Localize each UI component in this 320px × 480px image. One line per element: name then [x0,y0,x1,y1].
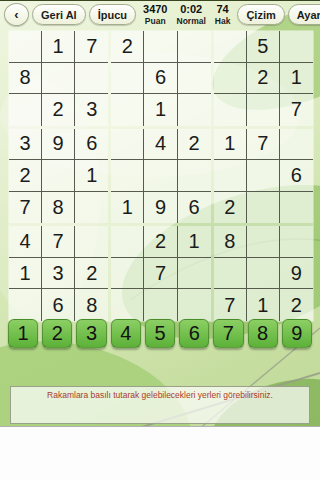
sudoku-box-5: 42196 [111,129,210,224]
sudoku-cell-r3c1[interactable] [9,94,42,126]
sudoku-cell-r9c9[interactable]: 2 [280,289,313,321]
sudoku-cell-r5c2[interactable] [42,160,75,192]
hint-message-text: Rakamlara basılı tutarak gelebilecekleri… [11,390,309,400]
sudoku-cell-r2c9[interactable]: 1 [280,63,313,95]
sudoku-cell-r6c3[interactable] [75,192,108,224]
sudoku-cell-r9c8[interactable]: 1 [247,289,280,321]
numpad-key-7[interactable]: 7 [213,319,243,348]
sudoku-cell-r2c4[interactable] [111,63,144,95]
sudoku-cell-r3c5[interactable]: 1 [144,94,177,126]
sudoku-cell-r8c7[interactable] [214,258,247,290]
sudoku-cell-r4c8[interactable]: 7 [247,129,280,161]
sudoku-cell-r1c4[interactable]: 2 [111,31,144,63]
sudoku-cell-r7c3[interactable] [75,226,108,258]
sudoku-cell-r4c5[interactable]: 4 [144,129,177,161]
sudoku-cell-r4c3[interactable]: 6 [75,129,108,161]
sudoku-cell-r5c5[interactable] [144,160,177,192]
numpad-key-5[interactable]: 5 [145,319,175,348]
back-button[interactable]: ‹ [4,3,29,26]
timer-stat: 0:02 Normal [177,4,206,26]
sudoku-cell-r5c6[interactable] [178,160,211,192]
settings-button[interactable]: Ayarlar [288,4,320,25]
sudoku-cell-r9c1[interactable] [9,289,42,321]
sudoku-cell-r8c9[interactable]: 9 [280,258,313,290]
sudoku-cell-r9c5[interactable] [144,289,177,321]
sudoku-cell-r4c7[interactable]: 1 [214,129,247,161]
sudoku-cell-r8c3[interactable]: 2 [75,258,108,290]
lives-value: 74 [215,4,231,15]
sudoku-cell-r7c9[interactable] [280,226,313,258]
score-value: 3470 [143,4,167,15]
numpad-key-6[interactable]: 6 [179,319,209,348]
sudoku-cell-r6c7[interactable]: 2 [214,192,247,224]
numpad-key-1[interactable]: 1 [8,319,38,348]
sudoku-cell-r8c4[interactable] [111,258,144,290]
sudoku-cell-r3c7[interactable] [214,94,247,126]
sudoku-cell-r9c2[interactable]: 6 [42,289,75,321]
sudoku-cell-r5c3[interactable]: 1 [75,160,108,192]
numpad-key-2[interactable]: 2 [42,319,72,348]
sudoku-cell-r2c3[interactable] [75,63,108,95]
sudoku-cell-r5c1[interactable]: 2 [9,160,42,192]
sudoku-cell-r1c1[interactable] [9,31,42,63]
sudoku-cell-r2c8[interactable]: 2 [247,63,280,95]
sudoku-box-6: 1762 [214,129,313,224]
sudoku-cell-r1c9[interactable] [280,31,313,63]
sudoku-cell-r7c7[interactable]: 8 [214,226,247,258]
sudoku-board: 1782326152173962178421961762471326821789… [8,30,314,322]
sudoku-app-screen: ‹ Geri Al İpucu 3470 Puan 0:02 Normal 74… [0,0,320,480]
sudoku-cell-r4c4[interactable] [111,129,144,161]
sudoku-cell-r8c1[interactable]: 1 [9,258,42,290]
sudoku-cell-r3c9[interactable]: 7 [280,94,313,126]
sudoku-cell-r8c2[interactable]: 3 [42,258,75,290]
sudoku-cell-r4c2[interactable]: 9 [42,129,75,161]
sudoku-cell-r2c5[interactable]: 6 [144,63,177,95]
hint-button[interactable]: İpucu [89,4,136,25]
back-chevron-icon: ‹ [14,7,18,22]
sudoku-cell-r7c6[interactable]: 1 [178,226,211,258]
lives-label: Hak [215,17,231,26]
sudoku-cell-r4c6[interactable]: 2 [178,129,211,161]
hint-message-box: Rakamlara basılı tutarak gelebilecekleri… [10,386,310,424]
sudoku-cell-r7c8[interactable] [247,226,280,258]
sudoku-cell-r1c5[interactable] [144,31,177,63]
sudoku-cell-r2c1[interactable]: 8 [9,63,42,95]
sudoku-cell-r6c9[interactable] [280,192,313,224]
sudoku-box-1: 17823 [9,31,108,126]
sudoku-cell-r5c8[interactable] [247,160,280,192]
sudoku-box-4: 3962178 [9,129,108,224]
sudoku-box-7: 4713268 [9,226,108,321]
sudoku-cell-r6c6[interactable]: 6 [178,192,211,224]
sudoku-cell-r7c5[interactable]: 2 [144,226,177,258]
sudoku-cell-r1c2[interactable]: 1 [42,31,75,63]
lives-stat: 74 Hak [215,4,231,26]
sudoku-cell-r1c6[interactable] [178,31,211,63]
sudoku-cell-r9c7[interactable]: 7 [214,289,247,321]
toolbar: ‹ Geri Al İpucu 3470 Puan 0:02 Normal 74… [0,0,320,28]
sudoku-cell-r9c3[interactable]: 8 [75,289,108,321]
sudoku-cell-r3c3[interactable]: 3 [75,94,108,126]
numpad-key-9[interactable]: 9 [282,319,312,348]
ad-banner [0,426,320,480]
sudoku-cell-r2c2[interactable] [42,63,75,95]
undo-button[interactable]: Geri Al [32,4,86,25]
number-pad: 123456789 [8,319,312,348]
sudoku-cell-r7c4[interactable] [111,226,144,258]
sudoku-cell-r3c2[interactable]: 2 [42,94,75,126]
sudoku-cell-r7c1[interactable]: 4 [9,226,42,258]
sudoku-cell-r9c4[interactable] [111,289,144,321]
sudoku-cell-r1c3[interactable]: 7 [75,31,108,63]
sudoku-cell-r6c2[interactable]: 8 [42,192,75,224]
sudoku-cell-r6c8[interactable] [247,192,280,224]
sudoku-cell-r6c4[interactable]: 1 [111,192,144,224]
sudoku-cell-r9c6[interactable] [178,289,211,321]
sudoku-cell-r1c8[interactable]: 5 [247,31,280,63]
sudoku-box-8: 217 [111,226,210,321]
score-stat: 3470 Puan [143,4,167,26]
sudoku-cell-r8c5[interactable]: 7 [144,258,177,290]
stats-group: 3470 Puan 0:02 Normal 74 Hak [143,4,230,26]
sudoku-cell-r3c6[interactable] [178,94,211,126]
sudoku-box-3: 5217 [214,31,313,126]
sudoku-cell-r4c9[interactable] [280,129,313,161]
sudoku-cell-r5c4[interactable] [111,160,144,192]
sudoku-cell-r6c1[interactable]: 7 [9,192,42,224]
sudoku-box-9: 89712 [214,226,313,321]
sudoku-cell-r3c8[interactable] [247,94,280,126]
numpad-key-8[interactable]: 8 [248,319,278,348]
sudoku-cell-r8c6[interactable] [178,258,211,290]
sudoku-cell-r2c7[interactable] [214,63,247,95]
sudoku-cell-r8c8[interactable] [247,258,280,290]
sudoku-cell-r5c7[interactable] [214,160,247,192]
draw-button[interactable]: Çizim [237,4,284,25]
sudoku-cell-r1c7[interactable] [214,31,247,63]
sudoku-cell-r4c1[interactable]: 3 [9,129,42,161]
sudoku-cell-r6c5[interactable]: 9 [144,192,177,224]
timer-value: 0:02 [177,4,206,15]
sudoku-cell-r7c2[interactable]: 7 [42,226,75,258]
numpad-key-4[interactable]: 4 [111,319,141,348]
difficulty-label: Normal [177,17,206,26]
sudoku-cell-r3c4[interactable] [111,94,144,126]
sudoku-cell-r5c9[interactable]: 6 [280,160,313,192]
sudoku-box-2: 261 [111,31,210,126]
score-label: Puan [143,17,167,26]
numpad-key-3[interactable]: 3 [76,319,106,348]
sudoku-cell-r2c6[interactable] [178,63,211,95]
